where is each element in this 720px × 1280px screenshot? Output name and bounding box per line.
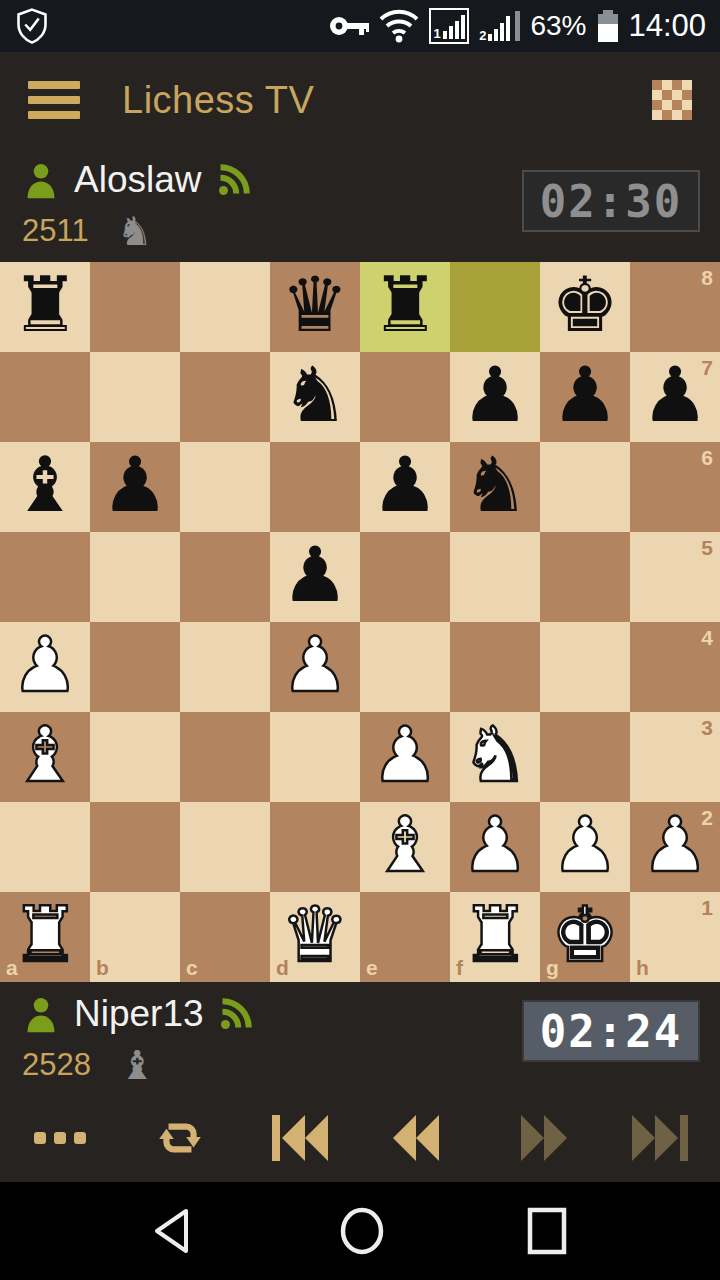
square-g8[interactable]: ♚ <box>540 262 630 352</box>
square-g3[interactable] <box>540 712 630 802</box>
black-pawn: ♟ <box>360 442 450 528</box>
square-e2[interactable]: ♝ <box>360 802 450 892</box>
square-e3[interactable]: ♟ <box>360 712 450 802</box>
square-g4[interactable] <box>540 622 630 712</box>
board-coordinate: h <box>636 957 649 978</box>
square-b6[interactable]: ♟ <box>90 442 180 532</box>
player-name[interactable]: Aloslaw <box>74 159 202 201</box>
square-c1[interactable]: c <box>180 892 270 982</box>
skip-to-end-icon <box>629 1113 691 1163</box>
online-user-icon <box>22 994 60 1034</box>
black-pawn: ♟ <box>450 352 540 438</box>
black-knight: ♞ <box>450 442 540 528</box>
battery-icon <box>598 10 618 42</box>
broadcast-rss-icon <box>216 162 252 198</box>
square-c4[interactable] <box>180 622 270 712</box>
player-panel-black: Aloslaw 2511 ♞ 02:30 <box>0 148 720 262</box>
square-c2[interactable] <box>180 802 270 892</box>
board-coordinate: a <box>6 957 18 978</box>
clock-white: 02:24 <box>522 1000 700 1062</box>
android-nav-bar <box>0 1182 720 1280</box>
fast-forward-icon <box>511 1113 569 1163</box>
player-panel-white: Niper13 2528 ♝ 02:24 <box>0 982 720 1094</box>
menu-button[interactable] <box>28 81 80 119</box>
square-h8[interactable]: 8 <box>630 262 720 352</box>
square-h3[interactable]: 3 <box>630 712 720 802</box>
square-h7[interactable]: ♟7 <box>630 352 720 442</box>
android-back-button[interactable] <box>152 1207 192 1255</box>
black-rook: ♜ <box>360 262 450 348</box>
square-b3[interactable] <box>90 712 180 802</box>
white-bishop: ♝ <box>0 712 90 798</box>
white-bishop: ♝ <box>360 802 450 888</box>
player-name[interactable]: Niper13 <box>74 993 204 1035</box>
square-e6[interactable]: ♟ <box>360 442 450 532</box>
black-pawn: ♟ <box>270 532 360 618</box>
square-h4[interactable]: 4 <box>630 622 720 712</box>
black-pawn: ♟ <box>90 442 180 528</box>
white-pawn: ♟ <box>270 622 360 708</box>
skip-to-start-icon <box>269 1113 331 1163</box>
square-d2[interactable] <box>270 802 360 892</box>
black-queen: ♛ <box>270 262 360 348</box>
status-time: 14:00 <box>628 8 706 44</box>
captured-piece-icon: ♝ <box>119 1045 155 1085</box>
square-h5[interactable]: 5 <box>630 532 720 622</box>
square-a4[interactable]: ♟ <box>0 622 90 712</box>
square-e1[interactable]: e <box>360 892 450 982</box>
square-b2[interactable] <box>90 802 180 892</box>
square-c6[interactable] <box>180 442 270 532</box>
last-move-button[interactable] <box>600 1113 720 1163</box>
black-knight: ♞ <box>270 352 360 438</box>
square-h2[interactable]: ♟2 <box>630 802 720 892</box>
square-a7[interactable] <box>0 352 90 442</box>
white-pawn: ♟ <box>540 802 630 888</box>
square-e7[interactable] <box>360 352 450 442</box>
white-pawn: ♟ <box>0 622 90 708</box>
square-d4[interactable]: ♟ <box>270 622 360 712</box>
next-move-button[interactable] <box>480 1113 600 1163</box>
square-b7[interactable] <box>90 352 180 442</box>
sim2-label: 2 <box>479 31 486 41</box>
android-status-bar: 1 2 63% 14:00 <box>0 0 720 52</box>
square-h1[interactable]: 1h <box>630 892 720 982</box>
square-d6[interactable] <box>270 442 360 532</box>
square-e4[interactable] <box>360 622 450 712</box>
player-rating: 2528 <box>22 1047 91 1083</box>
square-f3[interactable]: ♞ <box>450 712 540 802</box>
square-f2[interactable]: ♟ <box>450 802 540 892</box>
tv-channel-board-icon[interactable] <box>652 80 692 120</box>
square-d8[interactable]: ♛ <box>270 262 360 352</box>
sim1-signal-icon: 1 <box>429 8 469 44</box>
board-coordinate: g <box>546 957 559 978</box>
ellipsis-icon <box>34 1131 86 1145</box>
square-g1[interactable]: ♚g <box>540 892 630 982</box>
board-coordinate: f <box>456 957 463 978</box>
black-pawn: ♟ <box>540 352 630 438</box>
square-b1[interactable]: b <box>90 892 180 982</box>
square-c7[interactable] <box>180 352 270 442</box>
square-g5[interactable] <box>540 532 630 622</box>
square-e5[interactable] <box>360 532 450 622</box>
security-shield-icon <box>14 7 50 45</box>
bottom-toolbar <box>0 1094 720 1182</box>
square-f8[interactable] <box>450 262 540 352</box>
board-coordinate: 2 <box>701 807 713 828</box>
sim1-label: 1 <box>434 29 441 39</box>
square-f6[interactable]: ♞ <box>450 442 540 532</box>
square-c5[interactable] <box>180 532 270 622</box>
previous-move-button[interactable] <box>360 1113 480 1163</box>
black-king: ♚ <box>540 262 630 348</box>
square-a6[interactable]: ♝ <box>0 442 90 532</box>
flip-board-button[interactable] <box>120 1113 240 1163</box>
flip-board-icon <box>155 1113 205 1163</box>
square-b8[interactable] <box>90 262 180 352</box>
board-coordinate: 6 <box>701 447 713 468</box>
white-rook: ♜ <box>450 892 540 978</box>
white-pawn: ♟ <box>450 802 540 888</box>
square-d7[interactable]: ♞ <box>270 352 360 442</box>
board-coordinate: 3 <box>701 717 713 738</box>
board-coordinate: b <box>96 957 109 978</box>
square-f4[interactable] <box>450 622 540 712</box>
square-c8[interactable] <box>180 262 270 352</box>
white-knight: ♞ <box>450 712 540 798</box>
first-move-button[interactable] <box>240 1113 360 1163</box>
square-c3[interactable] <box>180 712 270 802</box>
square-d5[interactable]: ♟ <box>270 532 360 622</box>
player-rating: 2511 <box>22 213 89 249</box>
android-home-button[interactable] <box>338 1207 386 1255</box>
battery-percent: 63% <box>530 10 586 42</box>
square-h6[interactable]: 6 <box>630 442 720 532</box>
sim2-signal-icon: 2 <box>479 11 520 41</box>
board-coordinate: c <box>186 957 198 978</box>
chess-board: ♜♛♜♚8♞♟♟♟7♝♟♟♞6♟5♟♟4♝♟♞3♝♟♟♟2♜abc♛de♜f♚g… <box>0 262 720 982</box>
square-d3[interactable] <box>270 712 360 802</box>
square-g7[interactable]: ♟ <box>540 352 630 442</box>
rewind-icon <box>391 1113 449 1163</box>
square-a8[interactable]: ♜ <box>0 262 90 352</box>
square-d1[interactable]: ♛d <box>270 892 360 982</box>
board-coordinate: d <box>276 957 289 978</box>
clock-black: 02:30 <box>522 170 700 232</box>
vpn-key-icon <box>329 13 369 39</box>
square-a5[interactable] <box>0 532 90 622</box>
broadcast-rss-icon <box>218 996 254 1032</box>
board-coordinate: e <box>366 957 378 978</box>
more-options-button[interactable] <box>0 1131 120 1145</box>
online-user-icon <box>22 160 60 200</box>
board-coordinate: 4 <box>701 627 713 648</box>
square-a1[interactable]: ♜a <box>0 892 90 982</box>
board-coordinate: 1 <box>701 897 713 918</box>
square-g2[interactable]: ♟ <box>540 802 630 892</box>
square-g6[interactable] <box>540 442 630 532</box>
app-header: Lichess TV <box>0 52 720 148</box>
board-coordinate: 5 <box>701 537 713 558</box>
wifi-icon <box>379 9 419 43</box>
page-title: Lichess TV <box>122 79 314 122</box>
square-f1[interactable]: ♜f <box>450 892 540 982</box>
square-a2[interactable] <box>0 802 90 892</box>
board-coordinate: 8 <box>701 267 713 288</box>
board-coordinate: 7 <box>701 357 713 378</box>
black-bishop: ♝ <box>0 442 90 528</box>
captured-piece-icon: ♞ <box>117 211 153 251</box>
square-a3[interactable]: ♝ <box>0 712 90 802</box>
square-e8[interactable]: ♜ <box>360 262 450 352</box>
white-pawn: ♟ <box>360 712 450 798</box>
black-rook: ♜ <box>0 262 90 348</box>
android-recents-button[interactable] <box>525 1207 569 1255</box>
square-b4[interactable] <box>90 622 180 712</box>
square-b5[interactable] <box>90 532 180 622</box>
square-f7[interactable]: ♟ <box>450 352 540 442</box>
square-f5[interactable] <box>450 532 540 622</box>
